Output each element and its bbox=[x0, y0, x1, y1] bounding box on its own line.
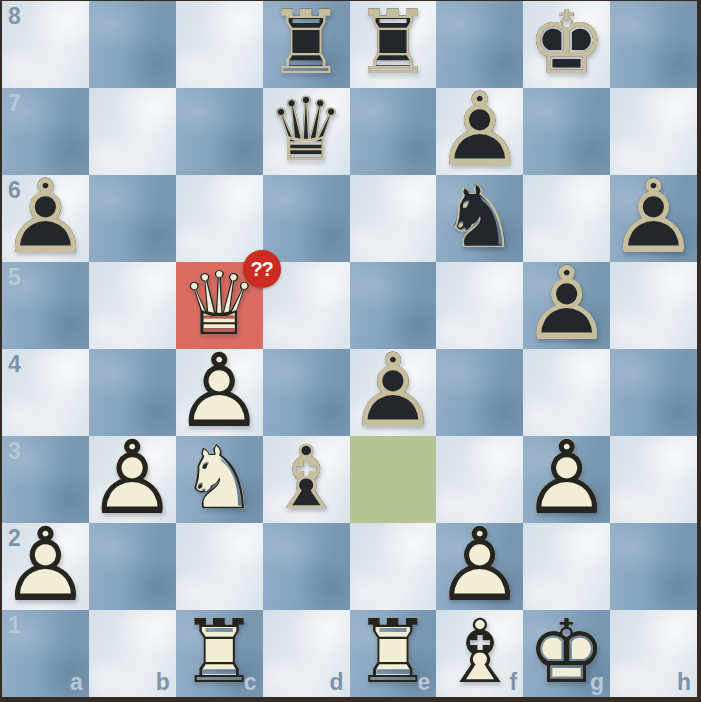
square-e1[interactable]: e♜♖ bbox=[350, 610, 437, 697]
piece-black-rook[interactable]: ♜♖ bbox=[263, 1, 350, 88]
piece-black-pawn[interactable]: ♟♙ bbox=[350, 349, 437, 436]
piece-black-queen[interactable]: ♛♕ bbox=[263, 88, 350, 175]
file-label-f: f bbox=[510, 671, 518, 694]
file-label-d: d bbox=[329, 671, 343, 694]
rank-label-4: 4 bbox=[8, 353, 21, 376]
square-e7[interactable] bbox=[350, 88, 437, 175]
square-f5[interactable] bbox=[436, 262, 523, 349]
square-f4[interactable] bbox=[436, 349, 523, 436]
rank-label-7: 7 bbox=[8, 92, 21, 115]
square-g4[interactable] bbox=[523, 349, 610, 436]
square-f7[interactable]: ♟♙ bbox=[436, 88, 523, 175]
square-g1[interactable]: g♚♔ bbox=[523, 610, 610, 697]
square-h1[interactable]: h bbox=[610, 610, 697, 697]
square-d6[interactable] bbox=[263, 175, 350, 262]
square-g6[interactable] bbox=[523, 175, 610, 262]
square-d1[interactable]: d bbox=[263, 610, 350, 697]
piece-black-pawn[interactable]: ♟♙ bbox=[523, 262, 610, 349]
square-c6[interactable] bbox=[176, 175, 263, 262]
square-c7[interactable] bbox=[176, 88, 263, 175]
square-f8[interactable] bbox=[436, 1, 523, 88]
square-b4[interactable] bbox=[89, 349, 176, 436]
square-f6[interactable]: ♞♘ bbox=[436, 175, 523, 262]
piece-black-king[interactable]: ♚♔ bbox=[523, 1, 610, 88]
square-e3[interactable] bbox=[350, 436, 437, 523]
rank-label-1: 1 bbox=[8, 614, 21, 637]
square-d7[interactable]: ♛♕ bbox=[263, 88, 350, 175]
rank-label-2: 2 bbox=[8, 527, 21, 550]
square-b2[interactable] bbox=[89, 523, 176, 610]
square-a2[interactable]: 2♟♙ bbox=[2, 523, 89, 610]
square-c4[interactable]: ♟♙ bbox=[176, 349, 263, 436]
square-e4[interactable]: ♟♙ bbox=[350, 349, 437, 436]
piece-white-pawn[interactable]: ♟♙ bbox=[176, 349, 263, 436]
square-a6[interactable]: 6♟♙ bbox=[2, 175, 89, 262]
square-a4[interactable]: 4 bbox=[2, 349, 89, 436]
rank-label-3: 3 bbox=[8, 440, 21, 463]
rank-label-5: 5 bbox=[8, 266, 21, 289]
piece-black-knight[interactable]: ♞♘ bbox=[436, 175, 523, 262]
square-a7[interactable]: 7 bbox=[2, 88, 89, 175]
square-c3[interactable]: ♞♘ bbox=[176, 436, 263, 523]
square-a8[interactable]: 8 bbox=[2, 1, 89, 88]
file-label-c: c bbox=[244, 671, 257, 694]
square-c8[interactable] bbox=[176, 1, 263, 88]
square-d3[interactable]: ♝♗ bbox=[263, 436, 350, 523]
chess-board: 8♜♖♜♖♚♔7♛♕♟♙6♟♙♞♘♟♙5♛♕??♟♙4♟♙♟♙3♟♙♞♘♝♗♟♙… bbox=[2, 1, 697, 697]
file-label-e: e bbox=[418, 671, 431, 694]
square-b5[interactable] bbox=[89, 262, 176, 349]
square-e5[interactable] bbox=[350, 262, 437, 349]
square-h2[interactable] bbox=[610, 523, 697, 610]
square-e6[interactable] bbox=[350, 175, 437, 262]
square-c5[interactable]: ♛♕?? bbox=[176, 262, 263, 349]
blunder-annotation-badge: ?? bbox=[243, 250, 281, 288]
square-d8[interactable]: ♜♖ bbox=[263, 1, 350, 88]
piece-white-knight[interactable]: ♞♘ bbox=[176, 436, 263, 523]
square-h5[interactable] bbox=[610, 262, 697, 349]
square-b8[interactable] bbox=[89, 1, 176, 88]
piece-black-bishop[interactable]: ♝♗ bbox=[263, 436, 350, 523]
square-f3[interactable] bbox=[436, 436, 523, 523]
square-d2[interactable] bbox=[263, 523, 350, 610]
file-label-a: a bbox=[70, 671, 83, 694]
chess-board-frame: 8♜♖♜♖♚♔7♛♕♟♙6♟♙♞♘♟♙5♛♕??♟♙4♟♙♟♙3♟♙♞♘♝♗♟♙… bbox=[0, 0, 701, 702]
piece-black-pawn[interactable]: ♟♙ bbox=[436, 88, 523, 175]
square-h8[interactable] bbox=[610, 1, 697, 88]
square-e2[interactable] bbox=[350, 523, 437, 610]
square-h6[interactable]: ♟♙ bbox=[610, 175, 697, 262]
square-b3[interactable]: ♟♙ bbox=[89, 436, 176, 523]
square-a3[interactable]: 3 bbox=[2, 436, 89, 523]
piece-white-pawn[interactable]: ♟♙ bbox=[523, 436, 610, 523]
square-h7[interactable] bbox=[610, 88, 697, 175]
square-g7[interactable] bbox=[523, 88, 610, 175]
square-a5[interactable]: 5 bbox=[2, 262, 89, 349]
piece-black-rook[interactable]: ♜♖ bbox=[350, 1, 437, 88]
square-b1[interactable]: b bbox=[89, 610, 176, 697]
square-d4[interactable] bbox=[263, 349, 350, 436]
square-g3[interactable]: ♟♙ bbox=[523, 436, 610, 523]
square-f2[interactable]: ♟♙ bbox=[436, 523, 523, 610]
square-f1[interactable]: f♝♗ bbox=[436, 610, 523, 697]
rank-label-6: 6 bbox=[8, 179, 21, 202]
square-g8[interactable]: ♚♔ bbox=[523, 1, 610, 88]
square-h3[interactable] bbox=[610, 436, 697, 523]
piece-black-pawn[interactable]: ♟♙ bbox=[610, 175, 697, 262]
square-c2[interactable] bbox=[176, 523, 263, 610]
square-c1[interactable]: c♜♖ bbox=[176, 610, 263, 697]
file-label-b: b bbox=[156, 671, 170, 694]
square-h4[interactable] bbox=[610, 349, 697, 436]
file-label-h: h bbox=[677, 671, 691, 694]
square-a1[interactable]: 1a bbox=[2, 610, 89, 697]
square-g2[interactable] bbox=[523, 523, 610, 610]
rank-label-8: 8 bbox=[8, 5, 21, 28]
square-b7[interactable] bbox=[89, 88, 176, 175]
piece-white-pawn[interactable]: ♟♙ bbox=[436, 523, 523, 610]
square-g5[interactable]: ♟♙ bbox=[523, 262, 610, 349]
square-b6[interactable] bbox=[89, 175, 176, 262]
piece-white-pawn[interactable]: ♟♙ bbox=[89, 436, 176, 523]
square-e8[interactable]: ♜♖ bbox=[350, 1, 437, 88]
file-label-g: g bbox=[590, 671, 604, 694]
